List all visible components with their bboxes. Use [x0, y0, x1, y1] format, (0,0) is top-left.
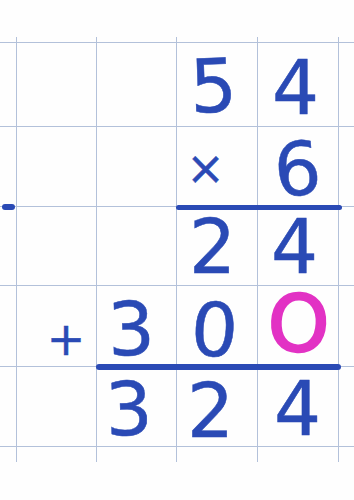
cell-r3c4-digit: 4: [254, 207, 335, 286]
cell-r4c4-circled-zero: O: [256, 281, 341, 366]
cell-r1c3-digit: 5: [172, 43, 256, 130]
cell-r4c3-digit: 0: [171, 286, 257, 372]
stray-ink-mark: [2, 204, 15, 210]
cell-r1c4-digit: 4: [255, 46, 336, 130]
cell-r5c4-digit: 4: [257, 369, 338, 449]
cell-r2c4-digit: 6: [254, 126, 342, 213]
cell-r2c3-multiply-sign: ×: [165, 128, 246, 208]
cell-r4c2-digit: 3: [90, 287, 173, 371]
worksheet-page: 5 4 × 6 2 4 + 3 0 O 3 2 4: [0, 0, 354, 500]
cell-r3c3-digit: 2: [172, 207, 253, 286]
worksheet-grid: 5 4 × 6 2 4 + 3 0 O 3 2 4: [16, 42, 338, 446]
cell-r5c2-digit: 3: [88, 368, 171, 451]
cell-r5c3-digit: 2: [170, 371, 251, 451]
